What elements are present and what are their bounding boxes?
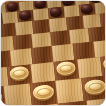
square-g4 [94, 39, 105, 57]
square-e2 [55, 78, 83, 104]
square-h6 [100, 12, 105, 27]
square-c2 [4, 84, 32, 105]
light-piece-f2 [84, 78, 105, 95]
light-piece-c3 [9, 66, 30, 81]
dark-piece-d8 [34, 1, 46, 7]
dark-piece-b8 [6, 1, 18, 10]
square-e3 [53, 60, 78, 81]
checkers-app-icon[interactable] [0, 0, 106, 106]
square-f2 [81, 75, 105, 101]
dark-piece-e7 [49, 6, 63, 16]
board-perspective-scene [1, 1, 105, 105]
dark-piece-c7 [18, 10, 32, 20]
dark-piece-f8 [62, 1, 74, 4]
light-piece-g3 [102, 56, 105, 71]
square-d2 [30, 81, 58, 105]
light-piece-b2 [1, 89, 3, 105]
light-piece-e3 [56, 61, 77, 76]
board-photo [1, 1, 105, 105]
square-f3 [77, 57, 102, 78]
square-d3 [30, 62, 55, 83]
square-g3 [100, 55, 105, 76]
square-c3 [7, 64, 32, 85]
checkers-board [1, 1, 105, 105]
dark-piece-g7 [80, 3, 94, 13]
light-piece-d2 [32, 84, 55, 101]
light-piece-e1 [61, 104, 86, 105]
